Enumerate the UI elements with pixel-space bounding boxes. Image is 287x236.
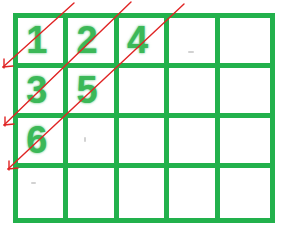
grid-cell-r4c2 <box>68 168 118 218</box>
grid-cell-r2c2: 5 <box>68 68 118 118</box>
grid-cell-r2c1: 3 <box>18 68 68 118</box>
cell-number-6: 6 <box>26 121 47 159</box>
grid-cell-r2c3 <box>119 68 169 118</box>
cell-number-2: 2 <box>77 21 98 59</box>
grid-cell-r1c3: 4 <box>119 18 169 68</box>
grid-cell-r3c3 <box>119 118 169 168</box>
cell-number-1: 1 <box>26 21 47 59</box>
grid-cell-r4c1 <box>18 168 68 218</box>
grid-cell-r4c3 <box>119 168 169 218</box>
grid-cell-r3c2 <box>68 118 118 168</box>
grid-cell-r2c4 <box>169 68 219 118</box>
grid-cell-r1c1: 1 <box>18 18 68 68</box>
cell-number-3: 3 <box>26 71 47 109</box>
grid-cell-r1c5 <box>220 18 270 68</box>
grid-cell-r3c4 <box>169 118 219 168</box>
grid-cell-r4c5 <box>220 168 270 218</box>
grid-cell-r4c4 <box>169 168 219 218</box>
cell-number-4: 4 <box>127 21 148 59</box>
enumeration-grid: 1 2 4 3 5 6 <box>13 13 275 223</box>
grid-cell-r3c5 <box>220 118 270 168</box>
grid-cell-r1c2: 2 <box>68 18 118 68</box>
grid-cell-r2c5 <box>220 68 270 118</box>
cell-number-5: 5 <box>77 71 98 109</box>
grid-cell-r1c4 <box>169 18 219 68</box>
grid-cell-r3c1: 6 <box>18 118 68 168</box>
